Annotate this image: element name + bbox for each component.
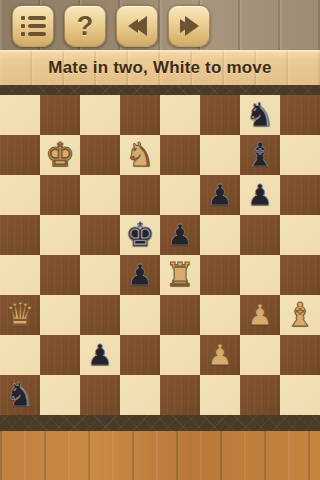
square-f7[interactable] xyxy=(200,135,240,175)
square-e3[interactable] xyxy=(160,295,200,335)
black-pawn[interactable]: ♟ xyxy=(247,175,273,215)
square-d2[interactable] xyxy=(120,335,160,375)
chess-board: ♞♚♞♝♟♟♚♟♟♜♛♟♝♟♟♞ xyxy=(0,95,320,415)
square-f2[interactable]: ♟ xyxy=(200,335,240,375)
board-frame-top xyxy=(0,85,320,95)
square-a3[interactable]: ♛ xyxy=(0,295,40,335)
square-b2[interactable] xyxy=(40,335,80,375)
square-d1[interactable] xyxy=(120,375,160,415)
square-h8[interactable] xyxy=(280,95,320,135)
square-f4[interactable] xyxy=(200,255,240,295)
square-h5[interactable] xyxy=(280,215,320,255)
rewind-icon xyxy=(128,16,147,36)
menu-button[interactable] xyxy=(12,5,54,47)
square-c3[interactable] xyxy=(80,295,120,335)
square-e4[interactable]: ♜ xyxy=(160,255,200,295)
square-a1[interactable]: ♞ xyxy=(0,375,40,415)
square-f8[interactable] xyxy=(200,95,240,135)
square-c7[interactable] xyxy=(80,135,120,175)
square-e5[interactable]: ♟ xyxy=(160,215,200,255)
square-h4[interactable] xyxy=(280,255,320,295)
white-pawn[interactable]: ♟ xyxy=(207,335,233,375)
square-e6[interactable] xyxy=(160,175,200,215)
square-g4[interactable] xyxy=(240,255,280,295)
white-bishop[interactable]: ♝ xyxy=(285,295,315,335)
square-a2[interactable] xyxy=(0,335,40,375)
back-button[interactable] xyxy=(116,5,158,47)
square-f3[interactable] xyxy=(200,295,240,335)
square-d8[interactable] xyxy=(120,95,160,135)
square-d6[interactable] xyxy=(120,175,160,215)
white-rook[interactable]: ♜ xyxy=(165,255,195,295)
square-c5[interactable] xyxy=(80,215,120,255)
square-b4[interactable] xyxy=(40,255,80,295)
square-b1[interactable] xyxy=(40,375,80,415)
square-b8[interactable] xyxy=(40,95,80,135)
square-f1[interactable] xyxy=(200,375,240,415)
square-g8[interactable]: ♞ xyxy=(240,95,280,135)
square-b5[interactable] xyxy=(40,215,80,255)
square-c1[interactable] xyxy=(80,375,120,415)
square-d5[interactable]: ♚ xyxy=(120,215,160,255)
question-mark-icon: ? xyxy=(77,13,94,40)
white-king[interactable]: ♚ xyxy=(45,135,75,175)
square-h6[interactable] xyxy=(280,175,320,215)
square-b3[interactable] xyxy=(40,295,80,335)
square-f6[interactable]: ♟ xyxy=(200,175,240,215)
square-d3[interactable] xyxy=(120,295,160,335)
white-knight[interactable]: ♞ xyxy=(125,135,155,175)
puzzle-title: Mate in two, White to move xyxy=(48,58,271,78)
menu-list-icon xyxy=(21,16,46,36)
square-a7[interactable] xyxy=(0,135,40,175)
square-g7[interactable]: ♝ xyxy=(240,135,280,175)
square-c4[interactable] xyxy=(80,255,120,295)
square-d4[interactable]: ♟ xyxy=(120,255,160,295)
black-pawn[interactable]: ♟ xyxy=(87,335,113,375)
square-e8[interactable] xyxy=(160,95,200,135)
toolbar: ? xyxy=(0,0,320,50)
forward-button[interactable] xyxy=(168,5,210,47)
square-e7[interactable] xyxy=(160,135,200,175)
app-screen: ? Mate in two, White to move ♞♚♞♝♟♟♚♟♟♜♛… xyxy=(0,0,320,480)
black-pawn[interactable]: ♟ xyxy=(167,215,193,255)
square-g5[interactable] xyxy=(240,215,280,255)
title-bar: Mate in two, White to move xyxy=(0,50,320,85)
square-e1[interactable] xyxy=(160,375,200,415)
square-b7[interactable]: ♚ xyxy=(40,135,80,175)
square-d7[interactable]: ♞ xyxy=(120,135,160,175)
background-wood xyxy=(0,431,320,480)
board-frame-bottom xyxy=(0,415,320,431)
square-b6[interactable] xyxy=(40,175,80,215)
square-g3[interactable]: ♟ xyxy=(240,295,280,335)
square-h2[interactable] xyxy=(280,335,320,375)
square-g6[interactable]: ♟ xyxy=(240,175,280,215)
square-c2[interactable]: ♟ xyxy=(80,335,120,375)
black-pawn[interactable]: ♟ xyxy=(207,175,233,215)
square-c8[interactable] xyxy=(80,95,120,135)
square-c6[interactable] xyxy=(80,175,120,215)
help-button[interactable]: ? xyxy=(64,5,106,47)
square-e2[interactable] xyxy=(160,335,200,375)
square-g2[interactable] xyxy=(240,335,280,375)
square-h7[interactable] xyxy=(280,135,320,175)
square-a4[interactable] xyxy=(0,255,40,295)
black-king[interactable]: ♚ xyxy=(125,215,155,255)
fast-forward-icon xyxy=(180,16,199,36)
square-a8[interactable] xyxy=(0,95,40,135)
black-pawn[interactable]: ♟ xyxy=(127,255,153,295)
square-h3[interactable]: ♝ xyxy=(280,295,320,335)
black-knight[interactable]: ♞ xyxy=(5,375,35,415)
black-knight[interactable]: ♞ xyxy=(245,95,275,135)
white-queen[interactable]: ♛ xyxy=(5,295,35,335)
square-f5[interactable] xyxy=(200,215,240,255)
square-a5[interactable] xyxy=(0,215,40,255)
square-a6[interactable] xyxy=(0,175,40,215)
square-g1[interactable] xyxy=(240,375,280,415)
square-h1[interactable] xyxy=(280,375,320,415)
black-bishop[interactable]: ♝ xyxy=(245,135,275,175)
white-pawn[interactable]: ♟ xyxy=(247,295,273,335)
